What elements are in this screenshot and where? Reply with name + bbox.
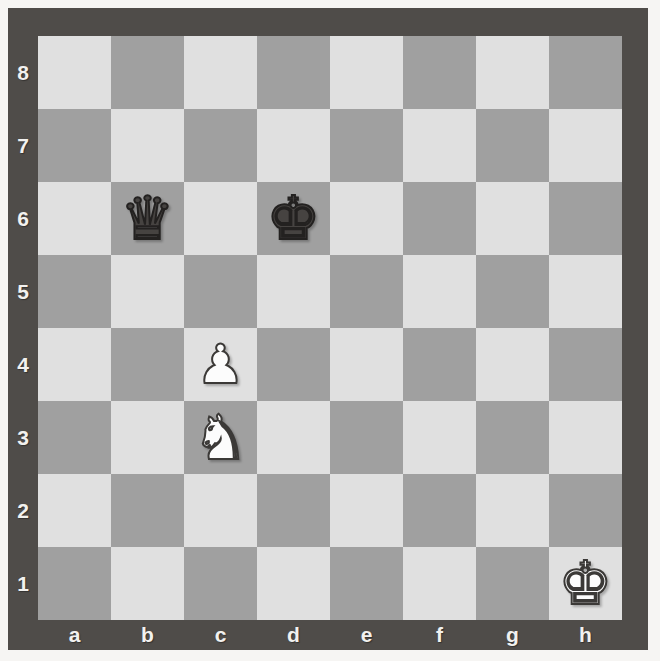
square-d6[interactable]: ♚ [257,182,330,255]
square-a6[interactable] [38,182,111,255]
square-b3[interactable] [111,401,184,474]
chessboard: ♛♚♟♞♚ [38,36,622,620]
rank-label-7: 7 [8,109,38,182]
square-c8[interactable] [184,36,257,109]
square-g2[interactable] [476,474,549,547]
square-b4[interactable] [111,328,184,401]
square-f7[interactable] [403,109,476,182]
square-h2[interactable] [549,474,622,547]
square-f3[interactable] [403,401,476,474]
square-g5[interactable] [476,255,549,328]
square-g8[interactable] [476,36,549,109]
square-d2[interactable] [257,474,330,547]
square-g6[interactable] [476,182,549,255]
rank-label-8: 8 [8,36,38,109]
square-c6[interactable] [184,182,257,255]
white-pawn-piece[interactable]: ♟ [196,328,244,401]
square-e2[interactable] [330,474,403,547]
square-a3[interactable] [38,401,111,474]
square-g1[interactable] [476,547,549,620]
square-b7[interactable] [111,109,184,182]
square-e6[interactable] [330,182,403,255]
square-e1[interactable] [330,547,403,620]
file-label-a: a [38,620,111,650]
square-d1[interactable] [257,547,330,620]
square-f2[interactable] [403,474,476,547]
square-g7[interactable] [476,109,549,182]
square-c5[interactable] [184,255,257,328]
square-d3[interactable] [257,401,330,474]
square-b8[interactable] [111,36,184,109]
square-h3[interactable] [549,401,622,474]
file-label-c: c [184,620,257,650]
white-king-piece[interactable]: ♚ [559,547,613,620]
square-a8[interactable] [38,36,111,109]
black-king-piece[interactable]: ♚ [267,182,321,255]
square-f8[interactable] [403,36,476,109]
square-e4[interactable] [330,328,403,401]
square-b5[interactable] [111,255,184,328]
file-label-f: f [403,620,476,650]
square-a4[interactable] [38,328,111,401]
file-label-h: h [549,620,622,650]
square-e7[interactable] [330,109,403,182]
rank-label-5: 5 [8,255,38,328]
chessboard-frame: 87654321 ♛♚♟♞♚ abcdefgh [8,8,648,650]
rank-label-3: 3 [8,401,38,474]
square-f1[interactable] [403,547,476,620]
rank-label-6: 6 [8,182,38,255]
square-d4[interactable] [257,328,330,401]
square-f6[interactable] [403,182,476,255]
rank-label-1: 1 [8,547,38,620]
square-g4[interactable] [476,328,549,401]
square-h5[interactable] [549,255,622,328]
square-h8[interactable] [549,36,622,109]
square-e8[interactable] [330,36,403,109]
square-c1[interactable] [184,547,257,620]
square-h4[interactable] [549,328,622,401]
file-label-d: d [257,620,330,650]
square-h7[interactable] [549,109,622,182]
rank-label-2: 2 [8,474,38,547]
file-labels: abcdefgh [38,620,622,650]
square-a5[interactable] [38,255,111,328]
square-d8[interactable] [257,36,330,109]
file-label-e: e [330,620,403,650]
square-b6[interactable]: ♛ [111,182,184,255]
square-b1[interactable] [111,547,184,620]
square-d7[interactable] [257,109,330,182]
white-knight-piece[interactable]: ♞ [193,401,249,474]
black-queen-piece[interactable]: ♛ [121,182,175,255]
square-f5[interactable] [403,255,476,328]
square-c2[interactable] [184,474,257,547]
square-e5[interactable] [330,255,403,328]
square-c4[interactable]: ♟ [184,328,257,401]
square-b2[interactable] [111,474,184,547]
square-h1[interactable]: ♚ [549,547,622,620]
square-e3[interactable] [330,401,403,474]
square-c3[interactable]: ♞ [184,401,257,474]
square-a2[interactable] [38,474,111,547]
file-label-g: g [476,620,549,650]
square-a1[interactable] [38,547,111,620]
rank-labels: 87654321 [8,36,38,620]
file-label-b: b [111,620,184,650]
rank-label-4: 4 [8,328,38,401]
square-h6[interactable] [549,182,622,255]
square-a7[interactable] [38,109,111,182]
square-c7[interactable] [184,109,257,182]
square-g3[interactable] [476,401,549,474]
square-d5[interactable] [257,255,330,328]
square-f4[interactable] [403,328,476,401]
